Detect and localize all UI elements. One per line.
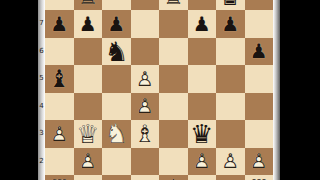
square-c1[interactable]	[102, 175, 131, 180]
white-pawn[interactable]: ♟♙	[221, 151, 239, 171]
square-c7[interactable]: ♟	[102, 10, 131, 38]
white-pawn[interactable]: ♟♙	[193, 151, 211, 171]
square-f6[interactable]	[188, 38, 217, 66]
square-d6[interactable]	[131, 38, 160, 66]
square-c6[interactable]: ♞	[102, 38, 131, 66]
square-d2[interactable]	[131, 148, 160, 176]
square-b8[interactable]: ♜	[74, 0, 103, 10]
black-pawn[interactable]: ♟	[79, 14, 97, 34]
black-rook[interactable]: ♜	[163, 0, 184, 8]
video-frame: 87654321 ♜♜♚♟♟♟♟♟♞♟♝♟♙♟♙♟♙♛♕♞♘♝♗♛♟♙♟♙♟♙♟…	[0, 0, 320, 180]
square-e1[interactable]: ♚♔	[159, 175, 188, 180]
square-e8[interactable]: ♜	[159, 0, 188, 10]
black-rook[interactable]: ♜	[77, 0, 98, 8]
square-c2[interactable]	[102, 148, 131, 176]
square-g6[interactable]	[216, 38, 245, 66]
black-pawn[interactable]: ♟	[50, 14, 68, 34]
square-d1[interactable]	[131, 175, 160, 180]
square-f5[interactable]	[188, 65, 217, 93]
black-knight[interactable]: ♞	[104, 38, 128, 65]
white-knight[interactable]: ♞♘	[104, 120, 128, 147]
rank-label-7: 7	[38, 19, 45, 28]
black-pawn[interactable]: ♟	[107, 14, 125, 34]
square-a2[interactable]	[45, 148, 74, 176]
square-h1[interactable]: ♜♖	[245, 175, 274, 180]
square-h2[interactable]: ♟♙	[245, 148, 274, 176]
square-f2[interactable]: ♟♙	[188, 148, 217, 176]
black-bishop[interactable]: ♝	[48, 67, 70, 91]
rank-label-4: 4	[38, 102, 45, 111]
square-b6[interactable]	[74, 38, 103, 66]
black-pawn[interactable]: ♟	[221, 14, 239, 34]
rank-label-8: 8	[38, 0, 45, 1]
white-bishop[interactable]: ♝♗	[134, 122, 156, 146]
chess-board[interactable]: ♜♜♚♟♟♟♟♟♞♟♝♟♙♟♙♟♙♛♕♞♘♝♗♛♟♙♟♙♟♙♟♙♜♖♚♔♜♖	[45, 0, 273, 180]
black-king[interactable]: ♚	[219, 0, 242, 9]
white-pawn[interactable]: ♟♙	[50, 124, 68, 144]
square-e2[interactable]	[159, 148, 188, 176]
square-e5[interactable]	[159, 65, 188, 93]
square-h8[interactable]	[245, 0, 274, 10]
square-a5[interactable]: ♝	[45, 65, 74, 93]
square-g4[interactable]	[216, 93, 245, 121]
square-b1[interactable]	[74, 175, 103, 180]
board-right-edge	[273, 0, 280, 180]
square-g1[interactable]	[216, 175, 245, 180]
black-pawn[interactable]: ♟	[250, 41, 268, 61]
square-h4[interactable]	[245, 93, 274, 121]
rank-label-5: 5	[38, 74, 45, 83]
square-f4[interactable]	[188, 93, 217, 121]
square-f8[interactable]	[188, 0, 217, 10]
square-b7[interactable]: ♟	[74, 10, 103, 38]
square-f7[interactable]: ♟	[188, 10, 217, 38]
rank-label-2: 2	[38, 157, 45, 166]
square-e3[interactable]	[159, 120, 188, 148]
square-h3[interactable]	[245, 120, 274, 148]
white-king[interactable]: ♚♔	[162, 176, 185, 180]
black-queen[interactable]: ♛	[190, 121, 213, 147]
square-d7[interactable]	[131, 10, 160, 38]
square-b3[interactable]: ♛♕	[74, 120, 103, 148]
square-d5[interactable]: ♟♙	[131, 65, 160, 93]
white-rook[interactable]: ♜♖	[248, 177, 269, 180]
white-pawn[interactable]: ♟♙	[136, 96, 154, 116]
rank-label-strip: 87654321	[38, 0, 45, 180]
square-c4[interactable]	[102, 93, 131, 121]
square-a3[interactable]: ♟♙	[45, 120, 74, 148]
square-a8[interactable]	[45, 0, 74, 10]
square-b5[interactable]	[74, 65, 103, 93]
square-a4[interactable]	[45, 93, 74, 121]
square-b4[interactable]	[74, 93, 103, 121]
square-d8[interactable]	[131, 0, 160, 10]
square-g3[interactable]	[216, 120, 245, 148]
rank-label-3: 3	[38, 129, 45, 138]
white-queen[interactable]: ♛♕	[76, 121, 99, 147]
white-pawn[interactable]: ♟♙	[136, 69, 154, 89]
square-h7[interactable]	[245, 10, 274, 38]
square-d3[interactable]: ♝♗	[131, 120, 160, 148]
square-a6[interactable]	[45, 38, 74, 66]
square-a1[interactable]: ♜♖	[45, 175, 74, 180]
square-e4[interactable]	[159, 93, 188, 121]
square-h5[interactable]	[245, 65, 274, 93]
square-b2[interactable]: ♟♙	[74, 148, 103, 176]
square-f1[interactable]	[188, 175, 217, 180]
square-c5[interactable]	[102, 65, 131, 93]
square-g2[interactable]: ♟♙	[216, 148, 245, 176]
white-rook[interactable]: ♜♖	[49, 177, 70, 180]
square-g8[interactable]: ♚	[216, 0, 245, 10]
square-h6[interactable]: ♟	[245, 38, 274, 66]
square-d4[interactable]: ♟♙	[131, 93, 160, 121]
square-f3[interactable]: ♛	[188, 120, 217, 148]
square-c3[interactable]: ♞♘	[102, 120, 131, 148]
white-pawn[interactable]: ♟♙	[79, 151, 97, 171]
square-e6[interactable]	[159, 38, 188, 66]
square-g5[interactable]	[216, 65, 245, 93]
rank-label-6: 6	[38, 47, 45, 56]
square-g7[interactable]: ♟	[216, 10, 245, 38]
square-c8[interactable]	[102, 0, 131, 10]
square-e7[interactable]	[159, 10, 188, 38]
white-pawn[interactable]: ♟♙	[250, 151, 268, 171]
black-pawn[interactable]: ♟	[193, 14, 211, 34]
square-a7[interactable]: ♟	[45, 10, 74, 38]
